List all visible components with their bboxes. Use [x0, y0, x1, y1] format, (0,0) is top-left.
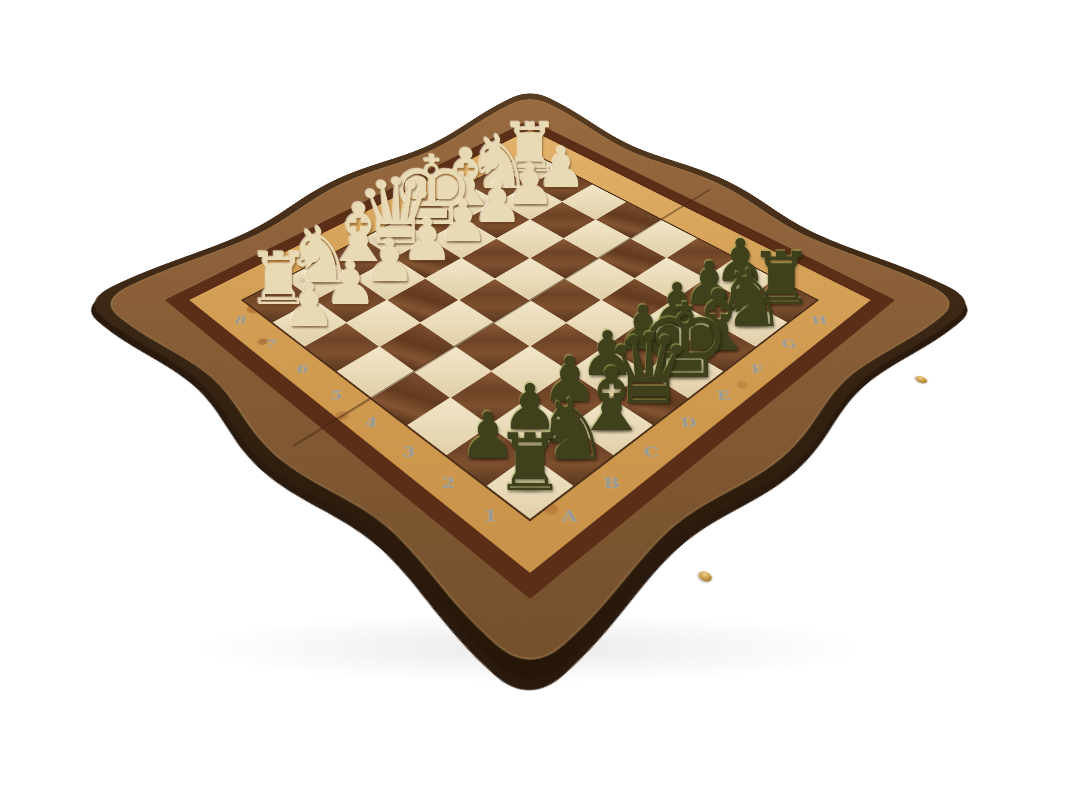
- piece-white-pawn-a7[interactable]: ♟: [282, 275, 336, 335]
- piece-black-rook-a1[interactable]: ♜: [495, 424, 566, 503]
